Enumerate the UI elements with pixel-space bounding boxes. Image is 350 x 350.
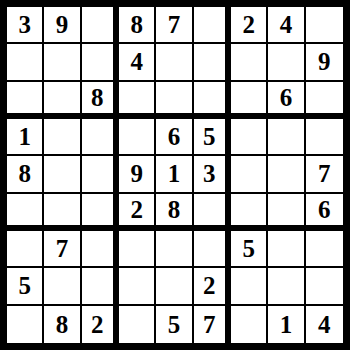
cell-r4c9-empty[interactable] [306, 119, 343, 156]
cell-r5c1-given: 8 [7, 156, 44, 193]
cell-r5c2-empty[interactable] [44, 156, 81, 193]
cell-r9c3-given: 2 [82, 306, 119, 343]
cell-r7c6-empty[interactable] [194, 231, 231, 268]
cell-r6c8-empty[interactable] [268, 194, 305, 231]
cell-r5c3-empty[interactable] [82, 156, 119, 193]
cell-r3c7-empty[interactable] [231, 82, 268, 119]
cell-r1c2-given: 9 [44, 7, 81, 44]
cell-r7c1-empty[interactable] [7, 231, 44, 268]
cell-r1c9-empty[interactable] [306, 7, 343, 44]
cell-r2c6-empty[interactable] [194, 44, 231, 81]
cell-r4c8-empty[interactable] [268, 119, 305, 156]
cell-r5c9-given: 7 [306, 156, 343, 193]
cell-r4c5-given: 6 [156, 119, 193, 156]
cell-r5c5-given: 1 [156, 156, 193, 193]
cell-r3c8-given: 6 [268, 82, 305, 119]
cell-r3c3-given: 8 [82, 82, 119, 119]
cell-r6c5-given: 8 [156, 194, 193, 231]
cell-r4c6-given: 5 [194, 119, 231, 156]
cell-r6c4-given: 2 [119, 194, 156, 231]
cell-r4c1-given: 1 [7, 119, 44, 156]
cell-r2c1-empty[interactable] [7, 44, 44, 81]
cell-r8c6-given: 2 [194, 268, 231, 305]
cell-r3c4-empty[interactable] [119, 82, 156, 119]
cell-r5c7-empty[interactable] [231, 156, 268, 193]
cell-r9c1-empty[interactable] [7, 306, 44, 343]
sudoku-board: 3987244986165891372867552825714 [0, 0, 350, 350]
cell-r3c5-empty[interactable] [156, 82, 193, 119]
cell-r7c5-empty[interactable] [156, 231, 193, 268]
cell-r6c9-given: 6 [306, 194, 343, 231]
cell-r8c2-empty[interactable] [44, 268, 81, 305]
cell-r2c2-empty[interactable] [44, 44, 81, 81]
cell-r9c9-given: 4 [306, 306, 343, 343]
cell-r2c8-empty[interactable] [268, 44, 305, 81]
cell-r8c3-empty[interactable] [82, 268, 119, 305]
cell-r7c4-empty[interactable] [119, 231, 156, 268]
cell-r8c5-empty[interactable] [156, 268, 193, 305]
cell-r8c7-empty[interactable] [231, 268, 268, 305]
cell-r4c2-empty[interactable] [44, 119, 81, 156]
cell-r1c6-empty[interactable] [194, 7, 231, 44]
cell-r1c8-given: 4 [268, 7, 305, 44]
cell-r9c8-given: 1 [268, 306, 305, 343]
cell-r1c5-given: 7 [156, 7, 193, 44]
cell-r8c1-given: 5 [7, 268, 44, 305]
cell-r4c7-empty[interactable] [231, 119, 268, 156]
cell-r2c3-empty[interactable] [82, 44, 119, 81]
cell-r3c6-empty[interactable] [194, 82, 231, 119]
cell-r7c8-empty[interactable] [268, 231, 305, 268]
cell-r9c4-empty[interactable] [119, 306, 156, 343]
cell-r3c2-empty[interactable] [44, 82, 81, 119]
cell-r7c7-given: 5 [231, 231, 268, 268]
cell-r4c3-empty[interactable] [82, 119, 119, 156]
cell-r8c9-empty[interactable] [306, 268, 343, 305]
cell-r1c4-given: 8 [119, 7, 156, 44]
sudoku-puzzle: 3987244986165891372867552825714 [0, 0, 350, 350]
cell-r8c8-empty[interactable] [268, 268, 305, 305]
cell-r5c6-given: 3 [194, 156, 231, 193]
cell-r2c5-empty[interactable] [156, 44, 193, 81]
cell-r3c1-empty[interactable] [7, 82, 44, 119]
cell-r2c7-empty[interactable] [231, 44, 268, 81]
cell-r7c9-empty[interactable] [306, 231, 343, 268]
cell-r1c1-given: 3 [7, 7, 44, 44]
cell-r3c9-empty[interactable] [306, 82, 343, 119]
cell-r9c6-given: 7 [194, 306, 231, 343]
cell-r1c3-empty[interactable] [82, 7, 119, 44]
cell-r5c4-given: 9 [119, 156, 156, 193]
cell-r6c7-empty[interactable] [231, 194, 268, 231]
cell-r2c4-given: 4 [119, 44, 156, 81]
cell-r9c5-given: 5 [156, 306, 193, 343]
cell-r7c2-given: 7 [44, 231, 81, 268]
cell-r6c3-empty[interactable] [82, 194, 119, 231]
cell-r6c1-empty[interactable] [7, 194, 44, 231]
cell-r9c2-given: 8 [44, 306, 81, 343]
cell-r9c7-empty[interactable] [231, 306, 268, 343]
cell-r6c2-empty[interactable] [44, 194, 81, 231]
cell-r5c8-empty[interactable] [268, 156, 305, 193]
cell-r7c3-empty[interactable] [82, 231, 119, 268]
cell-r8c4-empty[interactable] [119, 268, 156, 305]
cell-r1c7-given: 2 [231, 7, 268, 44]
cell-r2c9-given: 9 [306, 44, 343, 81]
cell-r4c4-empty[interactable] [119, 119, 156, 156]
cell-r6c6-empty[interactable] [194, 194, 231, 231]
